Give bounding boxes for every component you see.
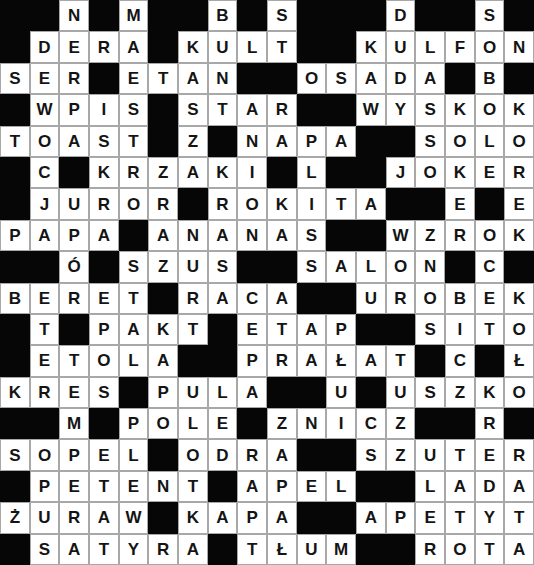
cell-r8c16[interactable]: C [475,251,505,282]
cell-r6c1[interactable]: J [30,188,60,219]
cell-r2c14[interactable]: A [415,63,445,94]
block-r13c17 [504,408,534,439]
cell-r3c8[interactable]: A [237,94,267,125]
cell-r8c4[interactable]: S [119,251,149,282]
cell-r10c11[interactable]: P [326,314,356,345]
cell-r14c4[interactable]: L [119,439,149,470]
cell-r0c9[interactable]: S [267,0,297,31]
cell-r12c8[interactable]: A [237,377,267,408]
cell-r17c3[interactable]: T [89,534,119,565]
cell-r11c4[interactable]: L [119,345,149,376]
cell-r15c15[interactable]: A [445,471,475,502]
cell-r17c15[interactable]: O [445,534,475,565]
block-r7c11 [326,220,356,251]
block-r4c12 [356,126,386,157]
cell-r15c11[interactable]: L [326,471,356,502]
cell-r8c6[interactable]: U [178,251,208,282]
cell-r1c7[interactable]: U [208,31,238,62]
cell-r1c13[interactable]: U [386,31,416,62]
cell-r15c1[interactable]: P [30,471,60,502]
block-r5c2 [59,157,89,188]
cell-r12c15[interactable]: Z [445,377,475,408]
cell-r3c16[interactable]: O [475,94,505,125]
block-r17c12 [356,534,386,565]
block-r16c5 [148,502,178,533]
cell-r6c5[interactable]: R [148,188,178,219]
cell-r1c6[interactable]: K [178,31,208,62]
cell-r1c15[interactable]: F [445,31,475,62]
cell-r14c8[interactable]: R [237,439,267,470]
cell-r3c2[interactable]: P [59,94,89,125]
cell-r9c14[interactable]: O [415,283,445,314]
cell-r6c10[interactable]: I [297,188,327,219]
cell-r8c7[interactable]: S [208,251,238,282]
cell-r11c11[interactable]: Ł [326,345,356,376]
block-r6c6 [178,188,208,219]
cell-r4c1[interactable]: O [30,126,60,157]
block-r5c12 [356,157,386,188]
cell-r10c16[interactable]: T [475,314,505,345]
block-r4c13 [386,126,416,157]
block-r0c0 [0,0,30,31]
cell-r3c6[interactable]: S [178,94,208,125]
cell-r7c7[interactable]: A [208,220,238,251]
block-r4c5 [148,126,178,157]
cell-r1c9[interactable]: T [267,31,297,62]
block-r6c0 [0,188,30,219]
cell-r16c0[interactable]: Ż [0,502,30,533]
cell-r12c6[interactable]: U [178,377,208,408]
cell-r3c3[interactable]: I [89,94,119,125]
cell-r12c0[interactable]: K [0,377,30,408]
cell-r9c16[interactable]: E [475,283,505,314]
cell-r0c13[interactable]: D [386,0,416,31]
cell-r12c2[interactable]: E [59,377,89,408]
cell-r7c6[interactable]: N [178,220,208,251]
cell-r1c3[interactable]: R [89,31,119,62]
block-r15c0 [0,471,30,502]
cell-r11c5[interactable]: A [148,345,178,376]
block-r5c9 [267,157,297,188]
cell-r7c3[interactable]: A [89,220,119,251]
cell-r11c3[interactable]: O [89,345,119,376]
cell-r5c15[interactable]: K [445,157,475,188]
cell-r14c1[interactable]: O [30,439,60,470]
cell-r12c7[interactable]: L [208,377,238,408]
block-r4c7 [208,126,238,157]
cell-r15c9[interactable]: P [267,471,297,502]
cell-r11c10[interactable]: A [297,345,327,376]
cell-r6c4[interactable]: O [119,188,149,219]
cell-r9c17[interactable]: K [504,283,534,314]
block-r12c12 [356,377,386,408]
block-r10c0 [0,314,30,345]
cell-r17c8[interactable]: T [237,534,267,565]
block-r1c10 [297,31,327,62]
cell-r14c15[interactable]: T [445,439,475,470]
block-r6c14 [415,188,445,219]
block-r11c6 [178,345,208,376]
cell-r5c6[interactable]: A [178,157,208,188]
cell-r0c4[interactable]: M [119,0,149,31]
cell-r15c16[interactable]: D [475,471,505,502]
cell-r4c14[interactable]: S [415,126,445,157]
cell-r9c12[interactable]: U [356,283,386,314]
cell-r5c4[interactable]: R [119,157,149,188]
cell-r14c14[interactable]: U [415,439,445,470]
block-r10c2 [59,314,89,345]
cell-r12c13[interactable]: U [386,377,416,408]
cell-r4c17[interactable]: O [504,126,534,157]
cell-r13c16[interactable]: R [475,408,505,439]
cell-r10c9[interactable]: T [267,314,297,345]
block-r3c10 [297,94,327,125]
cell-r10c3[interactable]: P [89,314,119,345]
cell-r4c6[interactable]: Z [178,126,208,157]
cell-r15c10[interactable]: E [297,471,327,502]
cell-r15c3[interactable]: T [89,471,119,502]
cell-r13c12[interactable]: C [356,408,386,439]
cell-r3c9[interactable]: R [267,94,297,125]
cell-r0c7[interactable]: B [208,0,238,31]
block-r15c7 [208,471,238,502]
cell-r16c12[interactable]: A [356,502,386,533]
block-r2c9 [267,63,297,94]
cell-r16c4[interactable]: W [119,502,149,533]
cell-r6c12[interactable]: A [356,188,386,219]
cell-r2c4[interactable]: E [119,63,149,94]
block-r9c5 [148,283,178,314]
cell-r4c10[interactable]: P [297,126,327,157]
cell-r6c15[interactable]: E [445,188,475,219]
block-r11c7 [208,345,238,376]
cell-r5c10[interactable]: L [297,157,327,188]
block-r17c7 [208,534,238,565]
cell-r11c1[interactable]: E [30,345,60,376]
cell-r8c2[interactable]: Ó [59,251,89,282]
cell-r12c3[interactable]: S [89,377,119,408]
cell-r7c2[interactable]: P [59,220,89,251]
cell-r11c17[interactable]: Ł [504,345,534,376]
cell-r10c15[interactable]: I [445,314,475,345]
cell-r6c11[interactable]: T [326,188,356,219]
cell-r13c7[interactable]: E [208,408,238,439]
block-r0c15 [445,0,475,31]
cell-r12c16[interactable]: K [475,377,505,408]
cell-r3c1[interactable]: W [30,94,60,125]
cell-r5c13[interactable]: J [386,157,416,188]
block-r6c13 [386,188,416,219]
cell-r16c2[interactable]: R [59,502,89,533]
cell-r2c5[interactable]: T [148,63,178,94]
cell-r7c0[interactable]: P [0,220,30,251]
cell-r16c15[interactable]: T [445,502,475,533]
cell-r5c17[interactable]: R [504,157,534,188]
cell-r1c8[interactable]: L [237,31,267,62]
cell-r8c12[interactable]: L [356,251,386,282]
cell-r10c5[interactable]: K [148,314,178,345]
cell-r16c6[interactable]: K [178,502,208,533]
cell-r11c15[interactable]: C [445,345,475,376]
cell-r1c12[interactable]: K [356,31,386,62]
cell-r0c16[interactable]: S [475,0,505,31]
block-r0c6 [178,0,208,31]
cell-r2c0[interactable]: S [0,63,30,94]
cell-r12c1[interactable]: R [30,377,60,408]
cell-r2c2[interactable]: R [59,63,89,94]
cell-r7c17[interactable]: K [504,220,534,251]
cell-r11c8[interactable]: P [237,345,267,376]
cell-r7c9[interactable]: A [267,220,297,251]
block-r0c11 [326,0,356,31]
cell-r7c15[interactable]: R [445,220,475,251]
cell-r8c11[interactable]: A [326,251,356,282]
block-r1c5 [148,31,178,62]
cell-r7c10[interactable]: S [297,220,327,251]
cell-r10c10[interactable]: A [297,314,327,345]
cell-r2c11[interactable]: S [326,63,356,94]
cell-r6c3[interactable]: R [89,188,119,219]
cell-r13c2[interactable]: M [59,408,89,439]
cell-r1c17[interactable]: N [504,31,534,62]
block-r3c0 [0,94,30,125]
cell-r9c3[interactable]: E [89,283,119,314]
cell-r13c11[interactable]: I [326,408,356,439]
cell-r9c13[interactable]: R [386,283,416,314]
cell-r12c11[interactable]: U [326,377,356,408]
cell-r16c16[interactable]: Y [475,502,505,533]
cell-r14c2[interactable]: P [59,439,89,470]
block-r10c13 [386,314,416,345]
cell-r7c8[interactable]: N [237,220,267,251]
cell-r14c16[interactable]: E [475,439,505,470]
cell-r11c12[interactable]: A [356,345,386,376]
cell-r9c7[interactable]: A [208,283,238,314]
block-r13c14 [415,408,445,439]
cell-r15c8[interactable]: A [237,471,267,502]
cell-r17c17[interactable]: A [504,534,534,565]
cell-r14c9[interactable]: A [267,439,297,470]
cell-r15c5[interactable]: N [148,471,178,502]
block-r7c12 [356,220,386,251]
block-r16c11 [326,502,356,533]
cell-r9c0[interactable]: B [0,283,30,314]
cell-r2c13[interactable]: D [386,63,416,94]
cell-r8c13[interactable]: O [386,251,416,282]
cell-r1c4[interactable]: A [119,31,149,62]
block-r11c16 [475,345,505,376]
cell-r13c5[interactable]: O [148,408,178,439]
cell-r4c9[interactable]: A [267,126,297,157]
cell-r3c15[interactable]: K [445,94,475,125]
cell-r5c14[interactable]: O [415,157,445,188]
block-r8c8 [237,251,267,282]
cell-r2c10[interactable]: O [297,63,327,94]
block-r13c15 [445,408,475,439]
block-r0c1 [30,0,60,31]
cell-r9c8[interactable]: C [237,283,267,314]
cell-r17c5[interactable]: R [148,534,178,565]
cell-r7c13[interactable]: W [386,220,416,251]
cell-r6c9[interactable]: K [267,188,297,219]
cell-r2c1[interactable]: E [30,63,60,94]
cell-r10c6[interactable]: T [178,314,208,345]
block-r0c8 [237,0,267,31]
cell-r17c2[interactable]: A [59,534,89,565]
cell-r3c12[interactable]: W [356,94,386,125]
cell-r4c3[interactable]: S [89,126,119,157]
cell-r8c14[interactable]: N [415,251,445,282]
cell-r2c6[interactable]: A [178,63,208,94]
cell-r16c1[interactable]: U [30,502,60,533]
cell-r1c14[interactable]: L [415,31,445,62]
block-r13c3 [89,408,119,439]
block-r9c11 [326,283,356,314]
cell-r16c3[interactable]: A [89,502,119,533]
crossword-board: NMBSDSDERAKULTKULFONSERETANOSADABWPISSTA… [0,0,534,565]
cell-r4c0[interactable]: T [0,126,30,157]
block-r2c8 [237,63,267,94]
cell-r5c7[interactable]: K [208,157,238,188]
block-r16c10 [297,502,327,533]
block-r0c12 [356,0,386,31]
cell-r2c16[interactable]: B [475,63,505,94]
cell-r0c2[interactable]: N [59,0,89,31]
cell-r7c16[interactable]: O [475,220,505,251]
cell-r7c14[interactable]: Z [415,220,445,251]
cell-r17c4[interactable]: Y [119,534,149,565]
cell-r9c6[interactable]: R [178,283,208,314]
cell-r14c3[interactable]: E [89,439,119,470]
block-r5c11 [326,157,356,188]
cell-r13c10[interactable]: N [297,408,327,439]
cell-r16c9[interactable]: A [267,502,297,533]
cell-r11c2[interactable]: T [59,345,89,376]
cell-r3c13[interactable]: Y [386,94,416,125]
cell-r17c16[interactable]: T [475,534,505,565]
block-r10c7 [208,314,238,345]
cell-r17c11[interactable]: M [326,534,356,565]
cell-r4c2[interactable]: A [59,126,89,157]
cell-r5c16[interactable]: E [475,157,505,188]
cell-r8c5[interactable]: Z [148,251,178,282]
cell-r17c10[interactable]: U [297,534,327,565]
cell-r7c1[interactable]: A [30,220,60,251]
cell-r15c14[interactable]: L [415,471,445,502]
cell-r14c12[interactable]: S [356,439,386,470]
cell-r3c7[interactable]: T [208,94,238,125]
cell-r6c8[interactable]: O [237,188,267,219]
block-r17c13 [386,534,416,565]
cell-r5c3[interactable]: K [89,157,119,188]
block-r8c1 [30,251,60,282]
cell-r9c1[interactable]: E [30,283,60,314]
cell-r10c1[interactable]: T [30,314,60,345]
cell-r16c17[interactable]: T [504,502,534,533]
cell-r16c8[interactable]: P [237,502,267,533]
cell-r12c5[interactable]: P [148,377,178,408]
block-r14c5 [148,439,178,470]
cell-r12c14[interactable]: S [415,377,445,408]
cell-r6c17[interactable]: E [504,188,534,219]
cell-r15c4[interactable]: E [119,471,149,502]
cell-r7c5[interactable]: A [148,220,178,251]
cell-r16c7[interactable]: A [208,502,238,533]
cell-r17c9[interactable]: Ł [267,534,297,565]
block-r7c4 [119,220,149,251]
cell-r11c13[interactable]: T [386,345,416,376]
cell-r1c16[interactable]: O [475,31,505,62]
cell-r9c9[interactable]: A [267,283,297,314]
cell-r16c14[interactable]: E [415,502,445,533]
cell-r2c12[interactable]: A [356,63,386,94]
cell-r10c14[interactable]: S [415,314,445,345]
cell-r10c17[interactable]: O [504,314,534,345]
block-r0c5 [148,0,178,31]
cell-r9c2[interactable]: R [59,283,89,314]
block-r12c10 [297,377,327,408]
cell-r13c4[interactable]: P [119,408,149,439]
block-r10c12 [356,314,386,345]
cell-r17c14[interactable]: R [415,534,445,565]
cell-r14c6[interactable]: O [178,439,208,470]
cell-r5c1[interactable]: C [30,157,60,188]
cell-r13c6[interactable]: L [178,408,208,439]
cell-r1c2[interactable]: E [59,31,89,62]
cell-r15c2[interactable]: E [59,471,89,502]
cell-r5c5[interactable]: Z [148,157,178,188]
cell-r1c1[interactable]: D [30,31,60,62]
cell-r17c1[interactable]: S [30,534,60,565]
cell-r3c14[interactable]: S [415,94,445,125]
block-r11c0 [0,345,30,376]
cell-r4c11[interactable]: A [326,126,356,157]
cell-r15c17[interactable]: A [504,471,534,502]
cell-r3c17[interactable]: K [504,94,534,125]
cell-r15c6[interactable]: T [178,471,208,502]
block-r2c17 [504,63,534,94]
cell-r9c15[interactable]: B [445,283,475,314]
cell-r2c7[interactable]: N [208,63,238,94]
cell-r4c4[interactable]: T [119,126,149,157]
cell-r8c10[interactable]: S [297,251,327,282]
block-r0c14 [415,0,445,31]
block-r8c0 [0,251,30,282]
crossword-screenshot: NMBSDSDERAKULTKULFONSERETANOSADABWPISSTA… [0,0,534,565]
cell-r10c8[interactable]: E [237,314,267,345]
cell-r9c4[interactable]: T [119,283,149,314]
cell-r3c4[interactable]: S [119,94,149,125]
cell-r14c17[interactable]: R [504,439,534,470]
cell-r14c0[interactable]: S [0,439,30,470]
cell-r5c8[interactable]: I [237,157,267,188]
cell-r4c15[interactable]: O [445,126,475,157]
cell-r11c9[interactable]: R [267,345,297,376]
cell-r14c7[interactable]: D [208,439,238,470]
cell-r17c6[interactable]: A [178,534,208,565]
cell-r4c8[interactable]: N [237,126,267,157]
cell-r4c16[interactable]: L [475,126,505,157]
cell-r12c17[interactable]: O [504,377,534,408]
cell-r16c13[interactable]: P [386,502,416,533]
cell-r13c9[interactable]: Z [267,408,297,439]
block-r15c13 [386,471,416,502]
cell-r6c2[interactable]: U [59,188,89,219]
cell-r6c7[interactable]: R [208,188,238,219]
cell-r10c4[interactable]: A [119,314,149,345]
cell-r14c13[interactable]: Z [386,439,416,470]
cell-r13c13[interactable]: Z [386,408,416,439]
